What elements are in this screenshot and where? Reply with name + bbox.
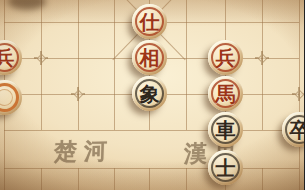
piece-black-soldier[interactable]: 卒	[282, 112, 304, 147]
piece-character: 兵	[0, 48, 15, 68]
position-marker-diamond	[74, 90, 84, 100]
grid-file-line	[149, 168, 150, 190]
piece-red-elephant[interactable]: 相	[132, 40, 167, 75]
river-label-left: 楚河	[54, 138, 115, 162]
position-marker	[34, 51, 48, 65]
position-marker	[255, 51, 269, 65]
piece-character: 士	[216, 158, 236, 178]
position-marker-diamond	[37, 54, 47, 64]
grid-file-line	[114, 168, 115, 190]
piece-character: 仕	[140, 12, 160, 32]
position-marker	[292, 87, 304, 101]
piece-character: 馬	[216, 84, 236, 104]
piece-black-elephant[interactable]: 象	[132, 76, 167, 111]
position-marker-diamond	[295, 90, 304, 100]
grid-file-line	[41, 168, 42, 190]
piece-black-chariot[interactable]: 車	[208, 112, 243, 147]
piece-red-soldier[interactable]: 兵	[208, 40, 243, 75]
grid-file-line	[262, 168, 263, 190]
grid-file-line	[41, 0, 42, 130]
piece-red-advisor[interactable]: 仕	[132, 4, 167, 39]
grid-file-line	[78, 0, 79, 130]
grid-file-line	[78, 168, 79, 190]
piece-character: 車	[216, 120, 236, 140]
piece-black-advisor[interactable]: 士	[208, 150, 243, 185]
grid-file-line	[186, 0, 187, 130]
position-marker-diamond	[258, 54, 268, 64]
position-marker	[71, 87, 85, 101]
grid-rank-line	[4, 130, 299, 131]
grid-rank-line	[4, 168, 299, 169]
piece-character: 象	[140, 84, 160, 104]
grid-file-line	[262, 0, 263, 130]
piece-red-soldier[interactable]: 兵	[0, 40, 22, 75]
grid-file-line	[186, 168, 187, 190]
piece-unknown-face-down[interactable]	[0, 80, 22, 115]
piece-character: 卒	[290, 120, 305, 140]
piece-ring	[0, 83, 19, 112]
grid-file-line	[114, 0, 115, 130]
piece-red-horse[interactable]: 馬	[208, 76, 243, 111]
piece-character: 兵	[216, 48, 236, 68]
piece-character: 相	[140, 48, 160, 68]
xiangqi-board[interactable]: 楚河 漢界 兵仕相象兵馬車士卒	[0, 0, 304, 190]
